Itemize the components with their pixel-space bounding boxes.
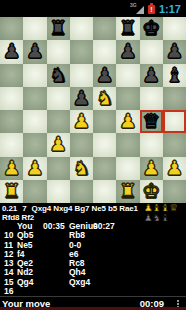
phone-screen: 3G ! 1:17 ♜♜♚♟♟♟♟♞♟♟♝♟♞♟♟♛♟♟♟♞♟♟♜♜♚ 0.21… xyxy=(0,0,186,310)
black-move xyxy=(90,231,186,241)
black-move xyxy=(90,268,186,278)
black-piece-r-f8: ♜ xyxy=(119,17,137,40)
square-d4[interactable]: ♟ xyxy=(70,110,93,133)
black-move xyxy=(40,259,66,269)
black-piece-p-g6: ♟ xyxy=(142,64,160,87)
square-g1[interactable]: ♚ xyxy=(140,180,163,203)
black-move xyxy=(90,250,186,260)
square-g5[interactable] xyxy=(140,87,163,110)
black-piece-n-c6: ♞ xyxy=(49,64,67,87)
black-move xyxy=(90,241,186,251)
square-a8[interactable] xyxy=(0,17,23,40)
square-a3[interactable] xyxy=(0,133,23,156)
square-f6[interactable] xyxy=(116,64,139,87)
square-f3[interactable] xyxy=(116,133,139,156)
white-piece-n-e5: ♞ xyxy=(96,87,114,110)
white-piece-p-g2: ♟ xyxy=(142,157,160,180)
square-e1[interactable] xyxy=(93,180,116,203)
square-a2[interactable]: ♟ xyxy=(0,157,23,180)
square-f1[interactable]: ♜ xyxy=(116,180,139,203)
square-g7[interactable] xyxy=(140,40,163,63)
square-g2[interactable]: ♟ xyxy=(140,157,163,180)
square-h3[interactable] xyxy=(163,133,186,156)
search-depth: 7 xyxy=(22,204,26,213)
square-c8[interactable]: ♜ xyxy=(47,17,70,40)
black-move xyxy=(40,278,66,288)
square-f8[interactable]: ♜ xyxy=(116,17,139,40)
square-a1[interactable]: ♜ xyxy=(0,180,23,203)
white-piece-r-a1: ♜ xyxy=(3,180,21,203)
square-h1[interactable] xyxy=(163,180,186,203)
square-d8[interactable] xyxy=(70,17,93,40)
chess-board[interactable]: ♜♜♚♟♟♟♟♞♟♟♝♟♞♟♟♛♟♟♟♞♟♟♜♜♚ xyxy=(0,17,186,203)
bottom-bar: Your move 00:09 xyxy=(0,296,186,310)
black-piece-r-c8: ♜ xyxy=(49,17,67,40)
signal-triangle-icon xyxy=(136,6,144,14)
square-f2[interactable] xyxy=(116,157,139,180)
white-move: Qg4 xyxy=(14,278,40,288)
square-b7[interactable]: ♟ xyxy=(23,40,46,63)
square-h8[interactable] xyxy=(163,17,186,40)
square-e7[interactable] xyxy=(93,40,116,63)
square-h4[interactable] xyxy=(163,110,186,133)
black-move xyxy=(40,268,66,278)
square-e2[interactable] xyxy=(93,157,116,180)
move-number: 16 xyxy=(0,287,14,297)
move-row-15[interactable]: 15Qg4Qxg4 xyxy=(0,278,186,287)
square-d5[interactable]: ♟ xyxy=(70,87,93,110)
square-b5[interactable] xyxy=(23,87,46,110)
black-clock: 00:27 xyxy=(90,222,186,232)
square-a5[interactable] xyxy=(0,87,23,110)
signal-3g-icon: 3G xyxy=(130,3,144,14)
white-piece-p-b2: ♟ xyxy=(26,157,44,180)
square-b6[interactable] xyxy=(23,64,46,87)
square-c1[interactable] xyxy=(47,180,70,203)
black-move xyxy=(66,287,90,297)
move-list[interactable]: You 00:35 Genius 00:27 10Qb5Rb811Ne50-01… xyxy=(0,222,186,296)
pv-moves-1: Qxg4 Nxg4 Bg7 Ne5 b5 Rae1 xyxy=(32,204,138,213)
black-piece-p-f7: ♟ xyxy=(119,40,137,63)
black-move xyxy=(40,287,66,297)
square-b2[interactable]: ♟ xyxy=(23,157,46,180)
square-c2[interactable] xyxy=(47,157,70,180)
square-e5[interactable]: ♞ xyxy=(93,87,116,110)
square-f5[interactable] xyxy=(116,87,139,110)
black-move xyxy=(90,259,186,269)
white-piece-n-d2: ♞ xyxy=(72,157,90,180)
black-piece-p-d5: ♟ xyxy=(72,87,90,110)
pv-line-1: 0.217Qxg4 Nxg4 Bg7 Ne5 b5 Rae1 xyxy=(2,204,144,213)
white-piece-p-d4: ♟ xyxy=(72,110,90,133)
square-c7[interactable] xyxy=(47,40,70,63)
eval-score: 0.21 xyxy=(2,204,17,213)
black-piece-p-b7: ♟ xyxy=(26,40,44,63)
square-h7[interactable]: ♟ xyxy=(163,40,186,63)
square-g6[interactable]: ♟ xyxy=(140,64,163,87)
square-h5[interactable] xyxy=(163,87,186,110)
square-h2[interactable]: ♟ xyxy=(163,157,186,180)
square-d2[interactable]: ♞ xyxy=(70,157,93,180)
square-b4[interactable] xyxy=(23,110,46,133)
status-clock: 1:17 xyxy=(159,3,181,15)
black-piece-p-e6: ♟ xyxy=(96,64,114,87)
square-c6[interactable]: ♞ xyxy=(47,64,70,87)
white-clock: 00:35 xyxy=(40,222,66,232)
square-d1[interactable] xyxy=(70,180,93,203)
black-piece-k-g8: ♚ xyxy=(142,17,160,40)
square-f7[interactable]: ♟ xyxy=(116,40,139,63)
black-piece-q-g4: ♛ xyxy=(142,110,160,133)
white-piece-p-f4: ♟ xyxy=(119,110,137,133)
square-c4[interactable] xyxy=(47,110,70,133)
black-move xyxy=(40,250,66,260)
black-piece-p-h7: ♟ xyxy=(165,40,183,63)
square-f4[interactable]: ♟ xyxy=(116,110,139,133)
square-d7[interactable] xyxy=(70,40,93,63)
black-move: Qxg4 xyxy=(66,278,90,288)
square-e8[interactable] xyxy=(93,17,116,40)
move-row-11[interactable]: 11Ne50-0 xyxy=(0,241,186,250)
black-piece-p-a7: ♟ xyxy=(3,40,21,63)
white-piece-p-a2: ♟ xyxy=(3,157,21,180)
square-c5[interactable] xyxy=(47,87,70,110)
white-piece-p-c3: ♟ xyxy=(49,133,67,156)
square-g8[interactable]: ♚ xyxy=(140,17,163,40)
square-a6[interactable] xyxy=(0,64,23,87)
white-piece-p-h2: ♟ xyxy=(165,157,183,180)
square-d3[interactable] xyxy=(70,133,93,156)
square-g4[interactable]: ♛ xyxy=(140,110,163,133)
square-b1[interactable] xyxy=(23,180,46,203)
battery-exclamation: ! xyxy=(148,5,155,14)
black-move xyxy=(90,278,186,288)
move-row-16[interactable]: 16 xyxy=(0,287,186,296)
white-move xyxy=(14,287,40,297)
square-d6[interactable] xyxy=(70,64,93,87)
square-b8[interactable] xyxy=(23,17,46,40)
engine-pv: 0.217Qxg4 Nxg4 Bg7 Ne5 b5 Rae1 Rfd8 Rf2 xyxy=(0,203,144,222)
square-e3[interactable] xyxy=(93,133,116,156)
black-move xyxy=(40,241,66,251)
square-c3[interactable]: ♟ xyxy=(47,133,70,156)
square-e4[interactable] xyxy=(93,110,116,133)
white-piece-r-f1: ♜ xyxy=(119,180,137,203)
square-a4[interactable] xyxy=(0,110,23,133)
black-move xyxy=(90,287,186,297)
black-move xyxy=(40,231,66,241)
captured-pieces-tray: ♟♝♝♛ ♟♞♝ xyxy=(144,203,186,222)
square-b3[interactable] xyxy=(23,133,46,156)
status-bar: 3G ! 1:17 xyxy=(0,0,186,17)
black-piece-b-h6: ♝ xyxy=(165,64,183,87)
white-piece-k-g1: ♚ xyxy=(142,180,160,203)
square-a7[interactable]: ♟ xyxy=(0,40,23,63)
square-e6[interactable]: ♟ xyxy=(93,64,116,87)
battery-warning-icon: ! xyxy=(148,3,155,14)
analysis-panel: 0.217Qxg4 Nxg4 Bg7 Ne5 b5 Rae1 Rfd8 Rf2 … xyxy=(0,203,186,222)
square-g3[interactable] xyxy=(140,133,163,156)
square-h6[interactable]: ♝ xyxy=(163,64,186,87)
